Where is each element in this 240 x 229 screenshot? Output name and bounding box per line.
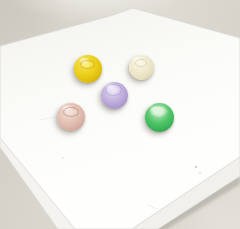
bead-hole: [135, 59, 148, 67]
bead-cream: [129, 55, 154, 80]
bead-hole: [149, 105, 168, 118]
bead-hole: [63, 107, 79, 117]
bead-yellow: [74, 55, 102, 83]
bead-green: [145, 103, 174, 132]
photo-scene: [0, 0, 240, 229]
bead-hole: [80, 60, 95, 69]
white-board: [0, 0, 240, 229]
bead-lavender: [101, 82, 128, 109]
bead-hole: [105, 84, 122, 95]
bead-pink: [57, 103, 85, 131]
